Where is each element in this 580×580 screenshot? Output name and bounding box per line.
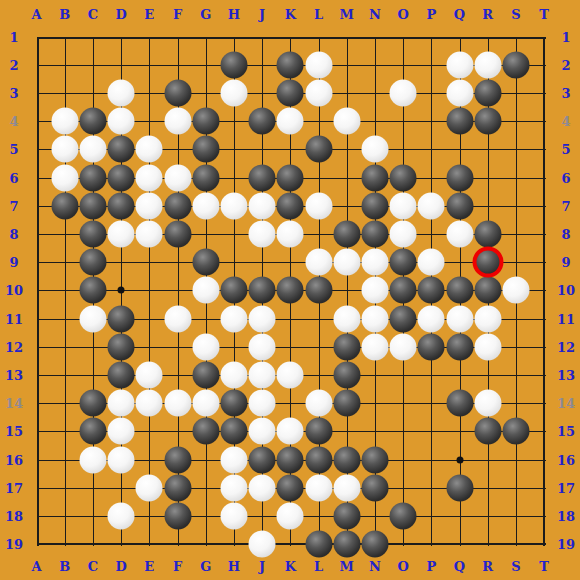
row-label-right-1: 1 <box>561 30 570 43</box>
black-stone-Q7 <box>446 192 473 219</box>
white-stone-G12 <box>192 333 219 360</box>
white-stone-K13 <box>277 361 304 388</box>
white-stone-C11 <box>79 305 106 332</box>
go-board-app: AABBCCDDEEFFGGHHJJKKLLMMNNOOPPQQRRSSTT11… <box>0 0 580 580</box>
black-stone-K17 <box>277 474 304 501</box>
white-stone-R12 <box>474 333 501 360</box>
star-point <box>118 287 125 294</box>
white-stone-J19 <box>249 531 276 558</box>
column-label-bottom-J: J <box>259 560 265 573</box>
white-stone-N5 <box>361 136 388 163</box>
white-stone-K15 <box>277 418 304 445</box>
row-label-right-3: 3 <box>561 86 570 99</box>
white-stone-H7 <box>220 192 247 219</box>
column-label-top-R: R <box>482 8 493 21</box>
white-stone-Q3 <box>446 79 473 106</box>
column-label-bottom-F: F <box>173 560 182 573</box>
black-stone-Q10 <box>446 277 473 304</box>
black-stone-H14 <box>220 390 247 417</box>
row-label-left-2: 2 <box>9 58 18 71</box>
white-stone-B5 <box>51 136 78 163</box>
white-stone-P9 <box>418 249 445 276</box>
column-label-top-C: C <box>88 8 98 21</box>
black-stone-G15 <box>192 418 219 445</box>
row-label-left-1: 1 <box>9 30 18 43</box>
white-stone-C5 <box>79 136 106 163</box>
grid-line-horizontal <box>37 543 547 545</box>
black-stone-K2 <box>277 51 304 78</box>
row-label-right-13: 13 <box>557 368 575 381</box>
white-stone-O8 <box>390 220 417 247</box>
column-label-top-T: T <box>539 8 549 21</box>
black-stone-Q6 <box>446 164 473 191</box>
row-label-left-6: 6 <box>9 171 18 184</box>
black-stone-P10 <box>418 277 445 304</box>
black-stone-M12 <box>333 333 360 360</box>
black-stone-P12 <box>418 333 445 360</box>
column-label-bottom-L: L <box>314 560 323 573</box>
row-label-right-5: 5 <box>561 143 570 156</box>
black-stone-O6 <box>390 164 417 191</box>
black-stone-Q4 <box>446 108 473 135</box>
column-label-top-A: A <box>31 8 41 21</box>
column-label-bottom-O: O <box>397 560 408 573</box>
black-stone-F7 <box>164 192 191 219</box>
white-stone-J12 <box>249 333 276 360</box>
row-label-left-4: 4 <box>9 115 18 128</box>
column-label-bottom-B: B <box>59 560 70 573</box>
white-stone-G14 <box>192 390 219 417</box>
row-label-right-8: 8 <box>561 227 570 240</box>
white-stone-O3 <box>390 79 417 106</box>
white-stone-J7 <box>249 192 276 219</box>
black-stone-M14 <box>333 390 360 417</box>
white-stone-F14 <box>164 390 191 417</box>
grid-line-vertical <box>543 37 545 547</box>
black-stone-M13 <box>333 361 360 388</box>
black-stone-M18 <box>333 502 360 529</box>
white-stone-H11 <box>220 305 247 332</box>
white-stone-N10 <box>361 277 388 304</box>
black-stone-L16 <box>305 446 332 473</box>
white-stone-H3 <box>220 79 247 106</box>
black-stone-F18 <box>164 502 191 529</box>
white-stone-R11 <box>474 305 501 332</box>
column-label-bottom-G: G <box>200 560 211 573</box>
column-label-bottom-M: M <box>339 560 353 573</box>
row-label-right-4: 4 <box>561 115 570 128</box>
row-label-left-15: 15 <box>5 425 23 438</box>
white-stone-E7 <box>136 192 163 219</box>
white-stone-E14 <box>136 390 163 417</box>
row-label-left-16: 16 <box>5 453 23 466</box>
column-label-bottom-A: A <box>31 560 41 573</box>
black-stone-C4 <box>79 108 106 135</box>
black-stone-S15 <box>502 418 529 445</box>
star-point <box>456 456 463 463</box>
column-label-bottom-H: H <box>228 560 240 573</box>
white-stone-E6 <box>136 164 163 191</box>
black-stone-J16 <box>249 446 276 473</box>
row-label-right-2: 2 <box>561 58 570 71</box>
column-label-top-F: F <box>173 8 182 21</box>
row-label-right-12: 12 <box>557 340 575 353</box>
row-label-left-12: 12 <box>5 340 23 353</box>
black-stone-L19 <box>305 531 332 558</box>
grid-line-horizontal <box>37 37 547 39</box>
white-stone-C16 <box>79 446 106 473</box>
row-label-left-14: 14 <box>5 397 23 410</box>
black-stone-K3 <box>277 79 304 106</box>
white-stone-D8 <box>108 220 135 247</box>
white-stone-J15 <box>249 418 276 445</box>
black-stone-Q14 <box>446 390 473 417</box>
white-stone-L17 <box>305 474 332 501</box>
row-label-left-17: 17 <box>5 481 23 494</box>
column-label-top-E: E <box>144 8 154 21</box>
column-label-top-H: H <box>228 8 240 21</box>
column-label-top-J: J <box>259 8 265 21</box>
row-label-left-13: 13 <box>5 368 23 381</box>
white-stone-D4 <box>108 108 135 135</box>
black-stone-D12 <box>108 333 135 360</box>
row-label-right-9: 9 <box>561 256 570 269</box>
white-stone-L3 <box>305 79 332 106</box>
white-stone-J8 <box>249 220 276 247</box>
black-stone-N8 <box>361 220 388 247</box>
white-stone-H18 <box>220 502 247 529</box>
white-stone-N12 <box>361 333 388 360</box>
row-label-right-19: 19 <box>557 538 575 551</box>
white-stone-P7 <box>418 192 445 219</box>
black-stone-C9 <box>79 249 106 276</box>
row-label-left-11: 11 <box>5 312 23 325</box>
black-stone-K7 <box>277 192 304 219</box>
black-stone-G4 <box>192 108 219 135</box>
white-stone-H17 <box>220 474 247 501</box>
white-stone-E13 <box>136 361 163 388</box>
grid-line-horizontal <box>37 262 547 263</box>
white-stone-M4 <box>333 108 360 135</box>
column-label-top-M: M <box>339 8 353 21</box>
black-stone-R15 <box>474 418 501 445</box>
black-stone-H2 <box>220 51 247 78</box>
grid-line-vertical <box>37 37 39 547</box>
black-stone-J10 <box>249 277 276 304</box>
white-stone-G7 <box>192 192 219 219</box>
row-label-right-11: 11 <box>557 312 575 325</box>
row-label-right-6: 6 <box>561 171 570 184</box>
white-stone-M17 <box>333 474 360 501</box>
white-stone-D16 <box>108 446 135 473</box>
black-stone-D11 <box>108 305 135 332</box>
black-stone-N7 <box>361 192 388 219</box>
white-stone-Q11 <box>446 305 473 332</box>
black-stone-G6 <box>192 164 219 191</box>
black-stone-C7 <box>79 192 106 219</box>
column-label-bottom-E: E <box>144 560 154 573</box>
row-label-left-18: 18 <box>5 509 23 522</box>
row-label-right-16: 16 <box>557 453 575 466</box>
white-stone-P11 <box>418 305 445 332</box>
black-stone-K10 <box>277 277 304 304</box>
black-stone-O10 <box>390 277 417 304</box>
row-label-right-14: 14 <box>557 397 575 410</box>
last-move-marker <box>472 247 503 278</box>
row-label-left-5: 5 <box>9 143 18 156</box>
black-stone-N17 <box>361 474 388 501</box>
white-stone-Q2 <box>446 51 473 78</box>
black-stone-F17 <box>164 474 191 501</box>
row-label-left-3: 3 <box>9 86 18 99</box>
white-stone-O12 <box>390 333 417 360</box>
white-stone-N11 <box>361 305 388 332</box>
white-stone-E17 <box>136 474 163 501</box>
column-label-bottom-C: C <box>88 560 98 573</box>
white-stone-E5 <box>136 136 163 163</box>
column-label-bottom-T: T <box>539 560 549 573</box>
black-stone-N16 <box>361 446 388 473</box>
white-stone-D18 <box>108 502 135 529</box>
black-stone-R10 <box>474 277 501 304</box>
black-stone-R4 <box>474 108 501 135</box>
black-stone-C14 <box>79 390 106 417</box>
column-label-top-O: O <box>397 8 408 21</box>
column-label-top-Q: Q <box>454 8 465 21</box>
white-stone-J14 <box>249 390 276 417</box>
white-stone-K4 <box>277 108 304 135</box>
black-stone-D5 <box>108 136 135 163</box>
row-label-right-15: 15 <box>557 425 575 438</box>
row-label-left-7: 7 <box>9 199 18 212</box>
black-stone-R3 <box>474 79 501 106</box>
black-stone-G13 <box>192 361 219 388</box>
column-label-top-P: P <box>426 8 436 21</box>
white-stone-J11 <box>249 305 276 332</box>
black-stone-M19 <box>333 531 360 558</box>
black-stone-L10 <box>305 277 332 304</box>
black-stone-R8 <box>474 220 501 247</box>
column-label-top-G: G <box>200 8 211 21</box>
white-stone-F6 <box>164 164 191 191</box>
white-stone-R14 <box>474 390 501 417</box>
column-label-bottom-D: D <box>115 560 126 573</box>
black-stone-H10 <box>220 277 247 304</box>
column-label-top-N: N <box>369 8 381 21</box>
column-label-top-B: B <box>59 8 70 21</box>
row-label-left-10: 10 <box>5 284 23 297</box>
row-label-left-8: 8 <box>9 227 18 240</box>
white-stone-O7 <box>390 192 417 219</box>
black-stone-F8 <box>164 220 191 247</box>
column-label-bottom-S: S <box>511 560 520 573</box>
black-stone-Q12 <box>446 333 473 360</box>
black-stone-K16 <box>277 446 304 473</box>
white-stone-D14 <box>108 390 135 417</box>
black-stone-Q17 <box>446 474 473 501</box>
white-stone-H13 <box>220 361 247 388</box>
black-stone-D7 <box>108 192 135 219</box>
white-stone-K8 <box>277 220 304 247</box>
white-stone-E8 <box>136 220 163 247</box>
white-stone-F4 <box>164 108 191 135</box>
black-stone-B7 <box>51 192 78 219</box>
white-stone-L2 <box>305 51 332 78</box>
black-stone-N6 <box>361 164 388 191</box>
black-stone-C15 <box>79 418 106 445</box>
black-stone-C8 <box>79 220 106 247</box>
black-stone-O9 <box>390 249 417 276</box>
black-stone-F3 <box>164 79 191 106</box>
white-stone-L7 <box>305 192 332 219</box>
white-stone-L9 <box>305 249 332 276</box>
white-stone-S10 <box>502 277 529 304</box>
column-label-bottom-K: K <box>285 560 296 573</box>
row-label-left-9: 9 <box>9 256 18 269</box>
column-label-top-D: D <box>115 8 126 21</box>
white-stone-L14 <box>305 390 332 417</box>
column-label-top-S: S <box>511 8 520 21</box>
column-label-bottom-N: N <box>369 560 381 573</box>
white-stone-F11 <box>164 305 191 332</box>
white-stone-D3 <box>108 79 135 106</box>
column-label-top-K: K <box>285 8 296 21</box>
black-stone-K6 <box>277 164 304 191</box>
black-stone-O11 <box>390 305 417 332</box>
black-stone-G5 <box>192 136 219 163</box>
black-stone-D6 <box>108 164 135 191</box>
white-stone-R2 <box>474 51 501 78</box>
row-label-right-17: 17 <box>557 481 575 494</box>
white-stone-N9 <box>361 249 388 276</box>
black-stone-C6 <box>79 164 106 191</box>
white-stone-D15 <box>108 418 135 445</box>
black-stone-D13 <box>108 361 135 388</box>
black-stone-M16 <box>333 446 360 473</box>
white-stone-B4 <box>51 108 78 135</box>
white-stone-M9 <box>333 249 360 276</box>
black-stone-J4 <box>249 108 276 135</box>
white-stone-M11 <box>333 305 360 332</box>
column-label-bottom-P: P <box>426 560 436 573</box>
black-stone-S2 <box>502 51 529 78</box>
white-stone-J13 <box>249 361 276 388</box>
black-stone-L15 <box>305 418 332 445</box>
black-stone-H15 <box>220 418 247 445</box>
grid-line-vertical <box>149 37 150 547</box>
white-stone-G10 <box>192 277 219 304</box>
white-stone-B6 <box>51 164 78 191</box>
black-stone-M8 <box>333 220 360 247</box>
row-label-right-18: 18 <box>557 509 575 522</box>
black-stone-F16 <box>164 446 191 473</box>
white-stone-K18 <box>277 502 304 529</box>
column-label-bottom-R: R <box>482 560 493 573</box>
row-label-right-7: 7 <box>561 199 570 212</box>
row-label-left-19: 19 <box>5 538 23 551</box>
row-label-right-10: 10 <box>557 284 575 297</box>
black-stone-C10 <box>79 277 106 304</box>
black-stone-J6 <box>249 164 276 191</box>
black-stone-G9 <box>192 249 219 276</box>
column-label-bottom-Q: Q <box>454 560 465 573</box>
black-stone-N19 <box>361 531 388 558</box>
column-label-top-L: L <box>314 8 323 21</box>
black-stone-O18 <box>390 502 417 529</box>
black-stone-L5 <box>305 136 332 163</box>
white-stone-J17 <box>249 474 276 501</box>
white-stone-H16 <box>220 446 247 473</box>
white-stone-Q8 <box>446 220 473 247</box>
